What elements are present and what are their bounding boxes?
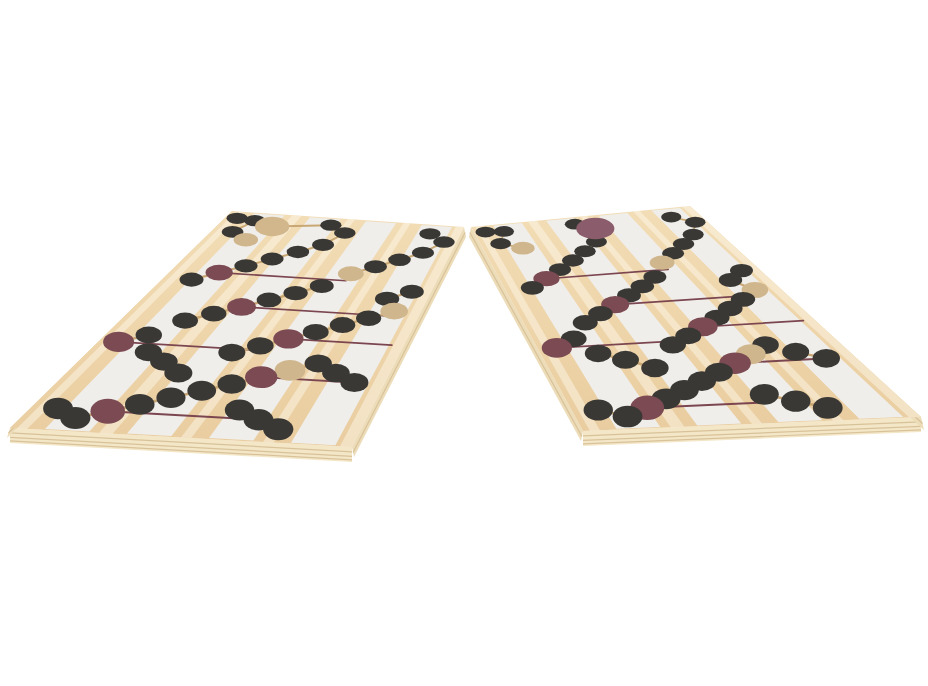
field-dot-maroon xyxy=(90,399,125,424)
field-dot-dark xyxy=(364,260,387,273)
field-dot-maroon xyxy=(103,332,134,352)
field-dot-dark xyxy=(660,336,686,353)
field-dot-dark xyxy=(180,273,204,287)
field-dot-dark xyxy=(136,326,162,343)
field-dot-dark xyxy=(303,324,329,340)
field-dot-dark xyxy=(719,273,742,287)
product-photo-scene xyxy=(0,0,928,686)
field-dot-dark xyxy=(125,394,154,415)
field-dot-dark xyxy=(781,391,810,412)
field-dot-dark xyxy=(388,254,411,267)
right-board xyxy=(469,206,924,446)
field-dot-dark xyxy=(340,373,368,392)
field-dot-beige xyxy=(511,242,534,255)
field-dot-dark xyxy=(234,259,257,272)
field-dot-dark xyxy=(263,418,293,440)
field-dot-dark xyxy=(156,387,185,407)
field-dot-maroon xyxy=(227,298,256,316)
field-dot-maroon xyxy=(206,265,233,281)
folding-game-board-photo xyxy=(0,0,928,686)
field-dot-dark xyxy=(172,313,198,329)
field-dot-beige xyxy=(275,360,306,381)
field-dot-dark xyxy=(218,374,246,393)
field-dot-dark xyxy=(400,285,424,299)
field-dot-dark xyxy=(310,279,334,293)
field-dot-dark xyxy=(43,398,73,419)
field-dot-maroon xyxy=(245,366,277,388)
field-dot-dark xyxy=(356,310,381,325)
field-dot-beige xyxy=(234,233,259,246)
field-dot-dark xyxy=(613,406,643,428)
field-dot-dark xyxy=(226,213,247,224)
tan-start-circle xyxy=(255,217,289,236)
field-dot-dark xyxy=(334,227,356,238)
field-dot-dark xyxy=(475,227,495,238)
plum-start-circle xyxy=(576,218,614,239)
field-dot-beige xyxy=(338,266,364,281)
field-dot-dark xyxy=(750,384,779,405)
field-dot-dark xyxy=(612,351,639,369)
field-dot-dark xyxy=(585,345,612,363)
field-dot-dark xyxy=(261,253,284,266)
field-dot-dark xyxy=(433,236,455,248)
field-dot-dark xyxy=(283,286,307,300)
field-dot-dark xyxy=(661,212,681,223)
field-dot-dark xyxy=(494,226,514,237)
field-dot-dark xyxy=(584,399,613,420)
field-dot-dark xyxy=(412,247,434,259)
left-board xyxy=(7,211,466,462)
field-dot-dark xyxy=(247,337,274,354)
field-dot-dark xyxy=(257,292,282,307)
field-dot-maroon xyxy=(273,329,303,348)
field-dot-dark xyxy=(218,344,245,362)
field-dot-dark xyxy=(685,217,706,228)
field-dot-dark xyxy=(201,306,226,322)
field-dot-dark xyxy=(164,363,192,382)
field-dot-beige xyxy=(380,303,408,320)
field-dot-dark xyxy=(782,343,809,361)
field-dot-maroon xyxy=(542,338,572,358)
field-dot-dark xyxy=(521,281,544,295)
field-dot-dark xyxy=(813,349,840,368)
field-dot-dark xyxy=(287,246,309,258)
field-dot-dark xyxy=(573,315,598,331)
field-dot-dark xyxy=(312,239,334,251)
field-dot-dark xyxy=(813,397,843,419)
field-dot-dark xyxy=(641,359,668,378)
field-dot-dark xyxy=(330,317,356,333)
field-dot-dark xyxy=(490,238,511,249)
field-dot-dark xyxy=(187,381,216,401)
field-dot-beige xyxy=(650,256,675,270)
